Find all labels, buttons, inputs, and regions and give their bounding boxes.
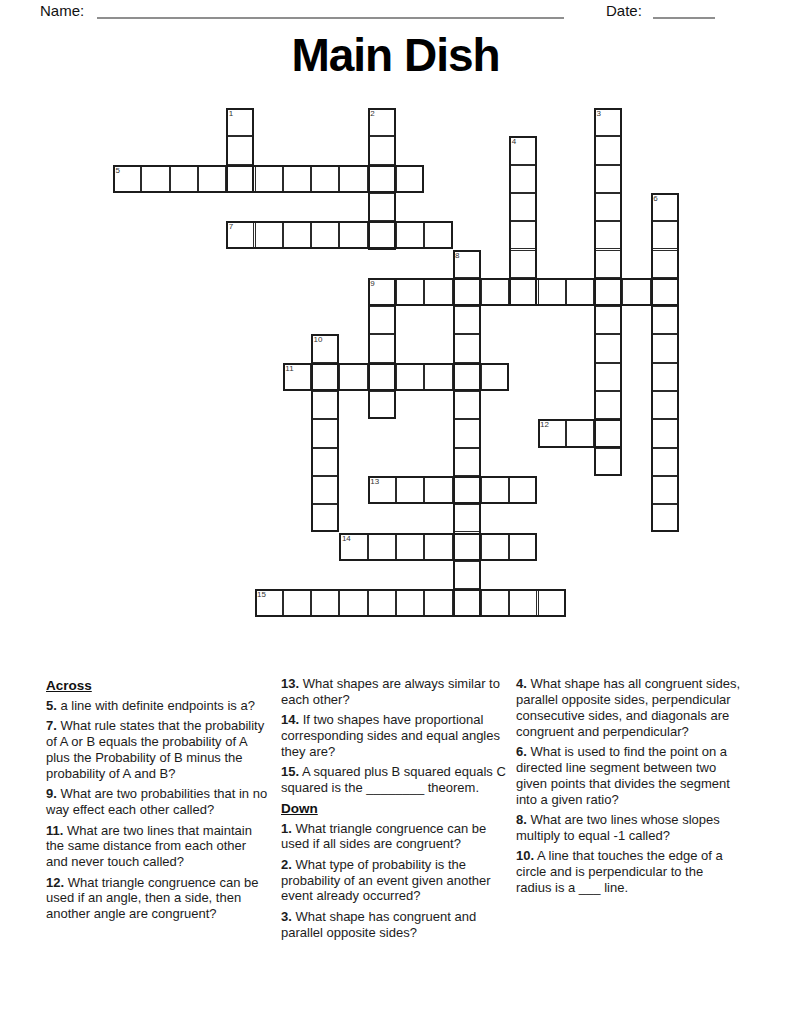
grid-cell-r15c13[interactable] [481, 533, 509, 561]
clue-across-15: 15. A squared plus B squared equals C sq… [281, 764, 506, 796]
clue-across-9: 9. What are two probabilities that in no… [46, 786, 271, 818]
grid-cell-r8c7[interactable]: 10 [311, 334, 339, 362]
cell-number-4: 4 [512, 138, 516, 146]
grid-cell-r15c10[interactable] [396, 533, 424, 561]
grid-cell-r10c7[interactable] [311, 391, 339, 419]
grid-cell-r10c19[interactable] [651, 391, 679, 419]
clue-number-13: 13. [281, 676, 299, 691]
clue-column-2: 13. What shapes are always similar to ea… [281, 676, 506, 945]
grid-cell-r3c9[interactable] [368, 193, 396, 221]
grid-cell-r15c8[interactable]: 14 [339, 533, 367, 561]
clue-number-11: 11. [46, 823, 63, 838]
grid-cell-r2c5[interactable] [255, 165, 283, 193]
grid-cell-r2c9[interactable] [368, 165, 396, 193]
grid-cell-r9c17[interactable] [594, 363, 622, 391]
name-label: Name: [40, 2, 84, 19]
grid-cell-r9c12[interactable] [453, 363, 481, 391]
grid-cell-r14c7[interactable] [311, 504, 339, 532]
grid-cell-r12c19[interactable] [651, 448, 679, 476]
grid-cell-r1c9[interactable] [368, 136, 396, 164]
grid-cell-r12c12[interactable] [453, 448, 481, 476]
grid-cell-r3c17[interactable] [594, 193, 622, 221]
grid-cell-r7c9[interactable] [368, 306, 396, 334]
grid-cell-r12c17[interactable] [594, 448, 622, 476]
clue-number-2: 2. [281, 857, 292, 872]
grid-cell-r12c7[interactable] [311, 448, 339, 476]
grid-cell-r11c15[interactable]: 12 [538, 419, 566, 447]
grid-cell-r4c19[interactable] [651, 221, 679, 249]
grid-cell-r16c12[interactable] [453, 561, 481, 589]
grid-cell-r8c9[interactable] [368, 334, 396, 362]
grid-cell-r2c7[interactable] [311, 165, 339, 193]
grid-cell-r6c14[interactable] [509, 278, 537, 306]
grid-cell-r9c19[interactable] [651, 363, 679, 391]
cell-number-8: 8 [455, 252, 459, 260]
grid-cell-r0c9[interactable]: 2 [368, 108, 396, 136]
grid-cell-r17c9[interactable] [368, 589, 396, 617]
clue-across-5: 5. a line with definite endpoints is a? [46, 698, 271, 714]
grid-cell-r8c12[interactable] [453, 334, 481, 362]
clue-down-10: 10. A line that touches the edge of a ci… [516, 848, 741, 896]
down-header: Down [281, 801, 506, 816]
grid-cell-r9c9[interactable] [368, 363, 396, 391]
clue-number-6: 6. [516, 744, 527, 759]
grid-cell-r17c12[interactable] [453, 589, 481, 617]
grid-cell-r1c4[interactable] [226, 136, 254, 164]
clue-number-4: 4. [516, 676, 527, 691]
grid-cell-r4c6[interactable] [283, 221, 311, 249]
grid-cell-r17c10[interactable] [396, 589, 424, 617]
clue-number-12: 12. [46, 875, 64, 890]
grid-cell-r13c9[interactable]: 13 [368, 476, 396, 504]
grid-cell-r17c6[interactable] [283, 589, 311, 617]
grid-cell-r6c15[interactable] [538, 278, 566, 306]
grid-cell-r10c9[interactable] [368, 391, 396, 419]
cell-number-12: 12 [540, 421, 549, 429]
cell-number-2: 2 [370, 110, 374, 118]
grid-cell-r13c13[interactable] [481, 476, 509, 504]
grid-cell-r2c14[interactable] [509, 165, 537, 193]
grid-cell-r15c9[interactable] [368, 533, 396, 561]
grid-cell-r2c17[interactable] [594, 165, 622, 193]
crossword-grid: 123456789101112131415 [113, 108, 680, 618]
grid-cell-r6c11[interactable] [424, 278, 452, 306]
grid-cell-r6c19[interactable] [651, 278, 679, 306]
grid-cell-r7c17[interactable] [594, 306, 622, 334]
grid-cell-r9c8[interactable] [339, 363, 367, 391]
grid-cell-r13c12[interactable] [453, 476, 481, 504]
grid-cell-r17c14[interactable] [509, 589, 537, 617]
grid-cell-r8c17[interactable] [594, 334, 622, 362]
grid-cell-r9c13[interactable] [481, 363, 509, 391]
grid-cell-r4c9[interactable] [368, 221, 396, 249]
grid-cell-r2c6[interactable] [283, 165, 311, 193]
clue-number-5: 5. [46, 698, 57, 713]
date-blank-line [653, 1, 715, 19]
grid-cell-r0c17[interactable]: 3 [594, 108, 622, 136]
grid-cell-r15c11[interactable] [424, 533, 452, 561]
grid-cell-r9c10[interactable] [396, 363, 424, 391]
grid-cell-r5c19[interactable] [651, 250, 679, 278]
grid-cell-r17c8[interactable] [339, 589, 367, 617]
grid-cell-r4c14[interactable] [509, 221, 537, 249]
cell-number-3: 3 [597, 110, 601, 118]
grid-cell-r11c16[interactable] [566, 419, 594, 447]
grid-cell-r4c10[interactable] [396, 221, 424, 249]
cell-number-11: 11 [285, 365, 293, 373]
grid-cell-r17c15[interactable] [538, 589, 566, 617]
clue-across-12: 12. What triangle congruence can be used… [46, 875, 271, 923]
grid-cell-r7c12[interactable] [453, 306, 481, 334]
grid-cell-r3c19[interactable]: 6 [651, 193, 679, 221]
cell-number-14: 14 [342, 535, 351, 543]
grid-cell-r17c7[interactable] [311, 589, 339, 617]
clue-down-2: 2. What type of probability is the proba… [281, 857, 506, 905]
clue-number-14: 14. [281, 712, 299, 727]
grid-cell-r2c10[interactable] [396, 165, 424, 193]
grid-cell-r11c17[interactable] [594, 419, 622, 447]
grid-cell-r2c4[interactable] [226, 165, 254, 193]
grid-cell-r15c12[interactable] [453, 533, 481, 561]
clue-across-7: 7. What rule states that the probability… [46, 718, 271, 781]
grid-cell-r15c14[interactable] [509, 533, 537, 561]
grid-cell-r6c12[interactable] [453, 278, 481, 306]
grid-cell-r2c2[interactable] [170, 165, 198, 193]
grid-cell-r3c14[interactable] [509, 193, 537, 221]
cell-number-5: 5 [116, 167, 120, 175]
grid-cell-r10c12[interactable] [453, 391, 481, 419]
grid-cell-r4c17[interactable] [594, 221, 622, 249]
cell-number-1: 1 [229, 110, 233, 118]
grid-cell-r13c19[interactable] [651, 476, 679, 504]
grid-cell-r2c3[interactable] [198, 165, 226, 193]
cell-number-10: 10 [314, 336, 323, 344]
clue-number-15: 15. [281, 764, 299, 779]
grid-cell-r9c6[interactable]: 11 [283, 363, 311, 391]
clue-number-9: 9. [46, 786, 57, 801]
grid-cell-r2c1[interactable] [141, 165, 169, 193]
grid-cell-r14c19[interactable] [651, 504, 679, 532]
clue-down-6: 6. What is used to find the point on a d… [516, 744, 741, 807]
clue-column-3: 4. What shape has all congruent sides, p… [516, 676, 741, 945]
clue-across-14: 14. If two shapes have proportional corr… [281, 712, 506, 760]
grid-cell-r0c4[interactable]: 1 [226, 108, 254, 136]
clue-across-11: 11. What are two lines that maintain the… [46, 823, 271, 871]
grid-cell-r6c16[interactable] [566, 278, 594, 306]
grid-cell-r13c10[interactable] [396, 476, 424, 504]
grid-cell-r5c12[interactable]: 8 [453, 250, 481, 278]
grid-cell-r6c17[interactable] [594, 278, 622, 306]
clue-down-1: 1. What triangle congruence can be used … [281, 821, 506, 853]
grid-cell-r11c12[interactable] [453, 419, 481, 447]
grid-cell-r6c18[interactable] [622, 278, 650, 306]
grid-cell-r11c7[interactable] [311, 419, 339, 447]
grid-cell-r1c17[interactable] [594, 136, 622, 164]
cell-number-7: 7 [229, 223, 233, 231]
grid-cell-r17c13[interactable] [481, 589, 509, 617]
grid-cell-r4c8[interactable] [339, 221, 367, 249]
clue-down-3: 3. What shape has congruent and parallel… [281, 909, 506, 941]
cell-number-9: 9 [370, 280, 374, 288]
clue-column-1: Across5. a line with definite endpoints … [46, 676, 271, 945]
clue-across-13: 13. What shapes are always similar to ea… [281, 676, 506, 708]
clue-number-1: 1. [281, 821, 292, 836]
grid-cell-r1c14[interactable]: 4 [509, 136, 537, 164]
grid-cell-r13c7[interactable] [311, 476, 339, 504]
grid-cell-r9c11[interactable] [424, 363, 452, 391]
grid-cell-r11c19[interactable] [651, 419, 679, 447]
clues-section: Across5. a line with definite endpoints … [46, 676, 753, 945]
name-blank-line [97, 1, 564, 19]
grid-cell-r7c19[interactable] [651, 306, 679, 334]
grid-cell-r10c17[interactable] [594, 391, 622, 419]
cell-number-6: 6 [653, 195, 657, 203]
clue-number-3: 3. [281, 909, 292, 924]
grid-cell-r5c14[interactable] [509, 250, 537, 278]
grid-cell-r9c7[interactable] [311, 363, 339, 391]
grid-cell-r2c0[interactable]: 5 [113, 165, 141, 193]
page-title: Main Dish [0, 28, 791, 82]
clue-down-4: 4. What shape has all congruent sides, p… [516, 676, 741, 739]
grid-cell-r13c11[interactable] [424, 476, 452, 504]
grid-cell-r5c17[interactable] [594, 250, 622, 278]
grid-cell-r4c5[interactable] [255, 221, 283, 249]
clue-down-8: 8. What are two lines whose slopes multi… [516, 812, 741, 844]
grid-cell-r14c12[interactable] [453, 504, 481, 532]
clue-number-7: 7. [46, 718, 57, 733]
grid-cell-r17c5[interactable]: 15 [255, 589, 283, 617]
clue-number-10: 10. [516, 848, 534, 863]
grid-cell-r4c7[interactable] [311, 221, 339, 249]
cell-number-13: 13 [370, 478, 379, 486]
grid-cell-r6c13[interactable] [481, 278, 509, 306]
grid-cell-r4c4[interactable]: 7 [226, 221, 254, 249]
grid-cell-r4c11[interactable] [424, 221, 452, 249]
across-header: Across [46, 678, 271, 693]
grid-cell-r2c8[interactable] [339, 165, 367, 193]
grid-cell-r6c10[interactable] [396, 278, 424, 306]
grid-cell-r17c11[interactable] [424, 589, 452, 617]
clue-number-8: 8. [516, 812, 527, 827]
grid-cell-r6c9[interactable]: 9 [368, 278, 396, 306]
grid-cell-r13c14[interactable] [509, 476, 537, 504]
grid-cell-r8c19[interactable] [651, 334, 679, 362]
cell-number-15: 15 [257, 591, 266, 599]
date-label: Date: [606, 2, 642, 19]
